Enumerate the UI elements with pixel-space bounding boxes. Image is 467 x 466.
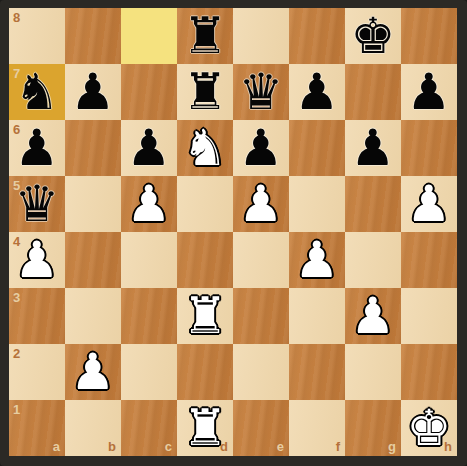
square-b7[interactable]: ♟ xyxy=(65,64,121,120)
square-c6[interactable]: ♟ xyxy=(121,120,177,176)
square-f7[interactable]: ♟ xyxy=(289,64,345,120)
square-d5[interactable] xyxy=(177,176,233,232)
square-f1[interactable]: f xyxy=(289,400,345,456)
piece-white-knight-d6[interactable]: ♞ xyxy=(177,120,233,176)
square-g1[interactable]: g xyxy=(345,400,401,456)
chess-board: 8♜♚7♞♟♜♛♟♟6♟♟♞♟♟5♛♟♟♟4♟♟3♜♟2♟1abcd♜efgh♚ xyxy=(9,8,457,456)
square-h5[interactable]: ♟ xyxy=(401,176,457,232)
square-d1[interactable]: d♜ xyxy=(177,400,233,456)
piece-black-pawn-f7[interactable]: ♟ xyxy=(289,64,345,120)
file-label-h: h xyxy=(444,439,452,454)
square-g8[interactable]: ♚ xyxy=(345,8,401,64)
piece-black-queen-e7[interactable]: ♛ xyxy=(233,64,289,120)
piece-black-pawn-c6[interactable]: ♟ xyxy=(121,120,177,176)
piece-white-pawn-g3[interactable]: ♟ xyxy=(345,288,401,344)
square-h2[interactable] xyxy=(401,344,457,400)
square-f4[interactable]: ♟ xyxy=(289,232,345,288)
square-a4[interactable]: 4♟ xyxy=(9,232,65,288)
square-a6[interactable]: 6♟ xyxy=(9,120,65,176)
piece-white-pawn-b2[interactable]: ♟ xyxy=(65,344,121,400)
square-a7[interactable]: 7♞ xyxy=(9,64,65,120)
square-d6[interactable]: ♞ xyxy=(177,120,233,176)
square-e8[interactable] xyxy=(233,8,289,64)
square-a1[interactable]: 1a xyxy=(9,400,65,456)
square-c2[interactable] xyxy=(121,344,177,400)
square-f8[interactable] xyxy=(289,8,345,64)
square-a5[interactable]: 5♛ xyxy=(9,176,65,232)
square-a8[interactable]: 8 xyxy=(9,8,65,64)
rank-label-1: 1 xyxy=(13,402,20,417)
square-e2[interactable] xyxy=(233,344,289,400)
square-g4[interactable] xyxy=(345,232,401,288)
piece-black-pawn-h7[interactable]: ♟ xyxy=(401,64,457,120)
square-e5[interactable]: ♟ xyxy=(233,176,289,232)
file-label-f: f xyxy=(336,439,340,454)
file-label-d: d xyxy=(220,439,228,454)
square-f3[interactable] xyxy=(289,288,345,344)
piece-white-pawn-e5[interactable]: ♟ xyxy=(233,176,289,232)
square-g2[interactable] xyxy=(345,344,401,400)
square-e4[interactable] xyxy=(233,232,289,288)
square-d4[interactable] xyxy=(177,232,233,288)
square-h3[interactable] xyxy=(401,288,457,344)
rank-label-4: 4 xyxy=(13,234,20,249)
square-e3[interactable] xyxy=(233,288,289,344)
rank-label-3: 3 xyxy=(13,290,20,305)
rank-label-7: 7 xyxy=(13,66,20,81)
rank-label-5: 5 xyxy=(13,178,20,193)
square-e1[interactable]: e xyxy=(233,400,289,456)
square-a2[interactable]: 2 xyxy=(9,344,65,400)
square-b1[interactable]: b xyxy=(65,400,121,456)
square-b2[interactable]: ♟ xyxy=(65,344,121,400)
square-c3[interactable] xyxy=(121,288,177,344)
board-frame: 8♜♚7♞♟♜♛♟♟6♟♟♞♟♟5♛♟♟♟4♟♟3♜♟2♟1abcd♜efgh♚ xyxy=(0,0,467,466)
square-h7[interactable]: ♟ xyxy=(401,64,457,120)
square-c7[interactable] xyxy=(121,64,177,120)
square-h4[interactable] xyxy=(401,232,457,288)
square-d2[interactable] xyxy=(177,344,233,400)
square-f2[interactable] xyxy=(289,344,345,400)
piece-black-king-g8[interactable]: ♚ xyxy=(345,8,401,64)
square-e6[interactable]: ♟ xyxy=(233,120,289,176)
file-label-c: c xyxy=(165,439,172,454)
piece-black-pawn-b7[interactable]: ♟ xyxy=(65,64,121,120)
piece-white-pawn-h5[interactable]: ♟ xyxy=(401,176,457,232)
file-label-a: a xyxy=(53,439,60,454)
square-g6[interactable]: ♟ xyxy=(345,120,401,176)
square-g3[interactable]: ♟ xyxy=(345,288,401,344)
square-g7[interactable] xyxy=(345,64,401,120)
rank-label-2: 2 xyxy=(13,346,20,361)
square-h1[interactable]: h♚ xyxy=(401,400,457,456)
square-b5[interactable] xyxy=(65,176,121,232)
rank-label-6: 6 xyxy=(13,122,20,137)
piece-white-rook-d3[interactable]: ♜ xyxy=(177,288,233,344)
square-b6[interactable] xyxy=(65,120,121,176)
square-a3[interactable]: 3 xyxy=(9,288,65,344)
square-b4[interactable] xyxy=(65,232,121,288)
square-e7[interactable]: ♛ xyxy=(233,64,289,120)
piece-black-pawn-g6[interactable]: ♟ xyxy=(345,120,401,176)
file-label-g: g xyxy=(388,439,396,454)
square-c8[interactable] xyxy=(121,8,177,64)
square-d3[interactable]: ♜ xyxy=(177,288,233,344)
square-h8[interactable] xyxy=(401,8,457,64)
square-d7[interactable]: ♜ xyxy=(177,64,233,120)
piece-white-pawn-c5[interactable]: ♟ xyxy=(121,176,177,232)
square-f5[interactable] xyxy=(289,176,345,232)
square-b3[interactable] xyxy=(65,288,121,344)
square-c4[interactable] xyxy=(121,232,177,288)
piece-black-pawn-e6[interactable]: ♟ xyxy=(233,120,289,176)
file-label-b: b xyxy=(108,439,116,454)
square-b8[interactable] xyxy=(65,8,121,64)
piece-black-rook-d7[interactable]: ♜ xyxy=(177,64,233,120)
rank-label-8: 8 xyxy=(13,10,20,25)
square-c5[interactable]: ♟ xyxy=(121,176,177,232)
piece-black-rook-d8[interactable]: ♜ xyxy=(177,8,233,64)
square-h6[interactable] xyxy=(401,120,457,176)
square-c1[interactable]: c xyxy=(121,400,177,456)
piece-white-pawn-f4[interactable]: ♟ xyxy=(289,232,345,288)
square-d8[interactable]: ♜ xyxy=(177,8,233,64)
square-g5[interactable] xyxy=(345,176,401,232)
file-label-e: e xyxy=(277,439,284,454)
square-f6[interactable] xyxy=(289,120,345,176)
